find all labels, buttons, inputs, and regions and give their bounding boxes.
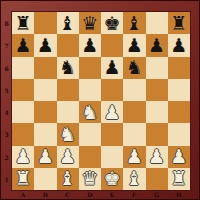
square-f4[interactable] (123, 101, 145, 123)
square-e7[interactable] (101, 34, 123, 56)
rank-label-8: 8 (1, 20, 12, 27)
square-f5[interactable] (123, 79, 145, 101)
square-f8[interactable]: ♝ (123, 12, 145, 34)
rank-label-6: 6 (1, 65, 12, 72)
piece-black-queen[interactable]: ♛ (81, 13, 98, 32)
rank-label-3: 3 (1, 131, 12, 138)
square-g6[interactable] (146, 57, 168, 79)
piece-white-queen[interactable]: ♛ (81, 169, 98, 188)
piece-black-rook[interactable]: ♜ (15, 13, 32, 32)
square-g8[interactable] (146, 12, 168, 34)
square-d2[interactable] (79, 146, 101, 168)
file-label-b: B (34, 190, 56, 200)
piece-white-knight[interactable]: ♞ (59, 124, 76, 143)
square-e1[interactable]: ♚ (101, 168, 123, 190)
square-b1[interactable] (34, 168, 56, 190)
square-e6[interactable]: ♟ (101, 57, 123, 79)
square-f6[interactable]: ♞ (123, 57, 145, 79)
piece-black-knight[interactable]: ♞ (59, 58, 76, 77)
piece-black-pawn[interactable]: ♟ (148, 35, 165, 54)
square-g7[interactable]: ♟ (146, 34, 168, 56)
rank-label-4: 4 (1, 109, 12, 116)
square-a4[interactable] (12, 101, 34, 123)
square-d4[interactable]: ♞ (79, 101, 101, 123)
square-h6[interactable] (168, 57, 190, 79)
piece-white-bishop[interactable]: ♝ (126, 169, 143, 188)
square-h8[interactable]: ♜ (168, 12, 190, 34)
rank-label-2: 2 (1, 154, 12, 161)
piece-black-bishop[interactable]: ♝ (59, 13, 76, 32)
piece-white-knight[interactable]: ♞ (81, 102, 98, 121)
square-a8[interactable]: ♜ (12, 12, 34, 34)
piece-white-pawn[interactable]: ♟ (15, 147, 32, 166)
square-b3[interactable] (34, 123, 56, 145)
square-f1[interactable]: ♝ (123, 168, 145, 190)
piece-black-knight[interactable]: ♞ (126, 58, 143, 77)
piece-white-king[interactable]: ♚ (104, 169, 121, 188)
piece-black-pawn[interactable]: ♟ (81, 35, 98, 54)
rank-label-7: 7 (1, 42, 12, 49)
piece-black-pawn[interactable]: ♟ (170, 35, 187, 54)
chess-board-frame: ♜♝♛♚♝♜♟♟♟♟♟♟♞♟♞♞♟♞♟♟♟♟♟♟♜♝♛♚♝♜ 87654321 … (0, 0, 200, 200)
piece-black-king[interactable]: ♚ (104, 13, 121, 32)
square-b8[interactable] (34, 12, 56, 34)
square-h1[interactable]: ♜ (168, 168, 190, 190)
square-a3[interactable] (12, 123, 34, 145)
square-a5[interactable] (12, 79, 34, 101)
square-d3[interactable] (79, 123, 101, 145)
square-h5[interactable] (168, 79, 190, 101)
square-f7[interactable]: ♟ (123, 34, 145, 56)
piece-black-rook[interactable]: ♜ (170, 13, 187, 32)
square-b5[interactable] (34, 79, 56, 101)
square-d1[interactable]: ♛ (79, 168, 101, 190)
square-d5[interactable] (79, 79, 101, 101)
square-c7[interactable] (57, 34, 79, 56)
square-d6[interactable] (79, 57, 101, 79)
piece-white-pawn[interactable]: ♟ (170, 147, 187, 166)
piece-white-rook[interactable]: ♜ (15, 169, 32, 188)
square-h7[interactable]: ♟ (168, 34, 190, 56)
file-label-h: H (168, 190, 190, 200)
piece-white-pawn[interactable]: ♟ (59, 147, 76, 166)
square-c8[interactable]: ♝ (57, 12, 79, 34)
square-e2[interactable] (101, 146, 123, 168)
square-g4[interactable] (146, 101, 168, 123)
square-f3[interactable] (123, 123, 145, 145)
piece-white-pawn[interactable]: ♟ (148, 147, 165, 166)
square-h2[interactable]: ♟ (168, 146, 190, 168)
square-a1[interactable]: ♜ (12, 168, 34, 190)
square-b6[interactable] (34, 57, 56, 79)
square-g2[interactable]: ♟ (146, 146, 168, 168)
square-c5[interactable] (57, 79, 79, 101)
square-b7[interactable]: ♟ (34, 34, 56, 56)
piece-black-pawn[interactable]: ♟ (37, 35, 54, 54)
square-h3[interactable] (168, 123, 190, 145)
square-d7[interactable]: ♟ (79, 34, 101, 56)
rank-label-5: 5 (1, 87, 12, 94)
piece-white-pawn[interactable]: ♟ (37, 147, 54, 166)
piece-white-pawn[interactable]: ♟ (126, 147, 143, 166)
square-f2[interactable]: ♟ (123, 146, 145, 168)
square-b2[interactable]: ♟ (34, 146, 56, 168)
piece-white-pawn[interactable]: ♟ (104, 102, 121, 121)
square-a2[interactable]: ♟ (12, 146, 34, 168)
square-e5[interactable] (101, 79, 123, 101)
square-c1[interactable]: ♝ (57, 168, 79, 190)
square-e4[interactable]: ♟ (101, 101, 123, 123)
square-d8[interactable]: ♛ (79, 12, 101, 34)
file-label-c: C (57, 190, 79, 200)
rank-label-1: 1 (1, 176, 12, 183)
square-g3[interactable] (146, 123, 168, 145)
piece-black-bishop[interactable]: ♝ (126, 13, 143, 32)
piece-white-bishop[interactable]: ♝ (59, 169, 76, 188)
square-c6[interactable]: ♞ (57, 57, 79, 79)
file-label-d: D (79, 190, 101, 200)
square-e3[interactable] (101, 123, 123, 145)
piece-black-pawn[interactable]: ♟ (104, 58, 121, 77)
piece-black-pawn[interactable]: ♟ (15, 35, 32, 54)
square-g5[interactable] (146, 79, 168, 101)
file-label-g: G (146, 190, 168, 200)
square-c3[interactable]: ♞ (57, 123, 79, 145)
square-g1[interactable] (146, 168, 168, 190)
file-label-f: F (123, 190, 145, 200)
square-a6[interactable] (12, 57, 34, 79)
piece-white-rook[interactable]: ♜ (170, 169, 187, 188)
piece-black-pawn[interactable]: ♟ (126, 35, 143, 54)
chess-board: ♜♝♛♚♝♜♟♟♟♟♟♟♞♟♞♞♟♞♟♟♟♟♟♟♜♝♛♚♝♜ (12, 12, 190, 190)
square-c4[interactable] (57, 101, 79, 123)
square-c2[interactable]: ♟ (57, 146, 79, 168)
file-label-a: A (12, 190, 34, 200)
square-h4[interactable] (168, 101, 190, 123)
square-e8[interactable]: ♚ (101, 12, 123, 34)
square-a7[interactable]: ♟ (12, 34, 34, 56)
file-label-e: E (101, 190, 123, 200)
square-b4[interactable] (34, 101, 56, 123)
